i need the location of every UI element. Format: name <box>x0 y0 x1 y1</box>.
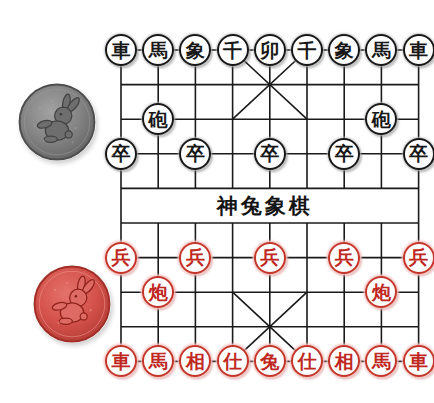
piece-glyph: 卒 <box>260 144 279 163</box>
piece-black-soldier[interactable]: 卒 <box>179 138 211 170</box>
piece-red-soldier[interactable]: 兵 <box>254 242 286 274</box>
piece-glyph: 兵 <box>409 248 428 267</box>
piece-red-soldier[interactable]: 兵 <box>403 242 434 274</box>
piece-glyph: 相 <box>335 352 354 371</box>
piece-red-chariot[interactable]: 車 <box>403 345 434 377</box>
piece-red-general[interactable]: 兔 <box>254 345 286 377</box>
rabbit-xiangqi-scene: 神兔象棋 車馬象千卯千象馬車砲砲卒卒卒卒卒兵兵兵兵兵炮炮車馬相仕兔仕相馬車 <box>0 0 434 403</box>
piece-glyph: 炮 <box>372 283 391 302</box>
piece-glyph: 兵 <box>335 248 354 267</box>
piece-glyph: 兵 <box>186 248 205 267</box>
piece-glyph: 馬 <box>149 41 168 60</box>
piece-black-advisor[interactable]: 千 <box>217 34 249 66</box>
piece-black-chariot[interactable]: 車 <box>105 34 137 66</box>
piece-black-general[interactable]: 卯 <box>254 34 286 66</box>
piece-black-soldier[interactable]: 卒 <box>403 138 434 170</box>
piece-glyph: 兵 <box>112 248 131 267</box>
piece-black-advisor[interactable]: 千 <box>291 34 323 66</box>
piece-red-soldier[interactable]: 兵 <box>179 242 211 274</box>
piece-glyph: 卯 <box>260 41 279 60</box>
piece-glyph: 象 <box>186 41 205 60</box>
piece-glyph: 車 <box>409 41 428 60</box>
piece-glyph: 炮 <box>149 283 168 302</box>
piece-glyph: 兔 <box>260 352 279 371</box>
piece-black-soldier[interactable]: 卒 <box>105 138 137 170</box>
red-rabbit-coin-image <box>33 265 111 343</box>
piece-glyph: 馬 <box>149 352 168 371</box>
piece-red-soldier[interactable]: 兵 <box>328 242 360 274</box>
piece-glyph: 車 <box>112 41 131 60</box>
piece-red-advisor[interactable]: 仕 <box>217 345 249 377</box>
piece-black-soldier[interactable]: 卒 <box>328 138 360 170</box>
piece-glyph: 卒 <box>409 144 428 163</box>
piece-glyph: 車 <box>409 352 428 371</box>
piece-glyph: 仕 <box>298 352 317 371</box>
piece-glyph: 砲 <box>149 110 168 129</box>
piece-glyph: 砲 <box>372 110 391 129</box>
silver-rabbit-coin-image <box>18 83 96 161</box>
piece-glyph: 馬 <box>372 41 391 60</box>
piece-glyph: 卒 <box>186 144 205 163</box>
piece-glyph: 千 <box>298 41 317 60</box>
piece-glyph: 卒 <box>112 144 131 163</box>
piece-glyph: 馬 <box>372 352 391 371</box>
piece-black-elephant[interactable]: 象 <box>328 34 360 66</box>
piece-black-soldier[interactable]: 卒 <box>254 138 286 170</box>
river-label: 神兔象棋 <box>217 192 313 220</box>
piece-glyph: 兵 <box>260 248 279 267</box>
piece-black-chariot[interactable]: 車 <box>403 34 434 66</box>
piece-glyph: 千 <box>223 41 242 60</box>
piece-glyph: 象 <box>335 41 354 60</box>
piece-glyph: 仕 <box>223 352 242 371</box>
piece-black-horse[interactable]: 馬 <box>142 34 174 66</box>
piece-glyph: 相 <box>186 352 205 371</box>
piece-glyph: 卒 <box>335 144 354 163</box>
piece-glyph: 車 <box>112 352 131 371</box>
